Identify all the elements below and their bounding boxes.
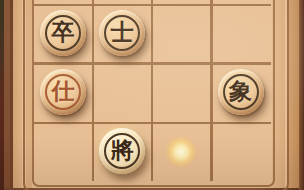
piece-black-general[interactable]: 將 [99, 128, 145, 174]
board-frame-left-plank [13, 0, 22, 190]
board-cell-r2c3[interactable] [212, 124, 269, 181]
piece-glyph: 仕 [40, 69, 86, 115]
piece-black-elephant[interactable]: 象 [218, 69, 264, 115]
piece-black-soldier[interactable]: 卒 [40, 10, 86, 56]
piece-black-advisor[interactable]: 士 [99, 10, 145, 56]
piece-glyph: 象 [218, 69, 264, 115]
piece-red-advisor[interactable]: 仕 [40, 69, 86, 115]
xiangqi-board: 卒士仕象將 [0, 0, 304, 190]
board-cell-r1c1[interactable] [94, 65, 151, 122]
board-cell-r1c2[interactable] [153, 65, 210, 122]
board-cell-r2c0[interactable] [35, 124, 92, 181]
piece-glyph: 將 [99, 128, 145, 174]
board-frame-right-strip [288, 0, 300, 190]
piece-glyph: 卒 [40, 10, 86, 56]
board-cell-r0c3[interactable] [212, 6, 269, 63]
board-frame-right-edge [299, 0, 304, 190]
piece-glyph: 士 [99, 10, 145, 56]
board-cell-r0c2[interactable] [153, 6, 210, 63]
